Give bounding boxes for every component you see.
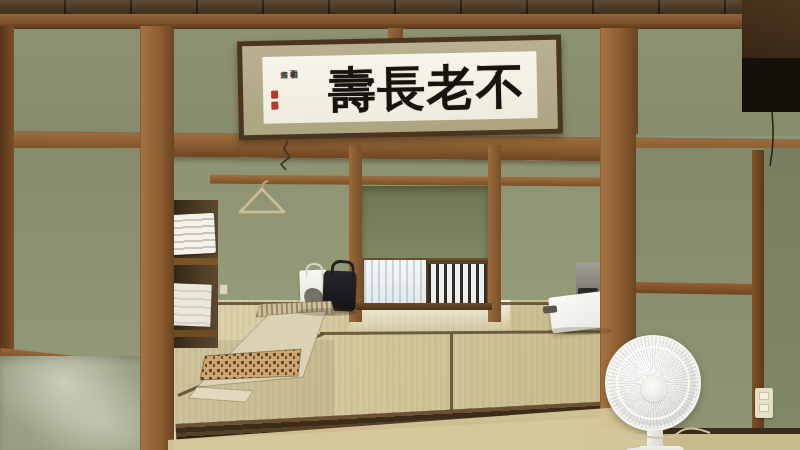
window-sill <box>356 303 492 310</box>
kanji-char: 壽 <box>327 64 376 113</box>
folded-linens <box>170 213 216 255</box>
seal-stamps <box>271 91 278 110</box>
frame-mat: 壽瑞書 昭和丁卯初冬 壽 長 老 不 <box>242 40 558 136</box>
small-gray-item <box>543 305 558 313</box>
alcove-post-right <box>488 145 501 322</box>
shelf-unit <box>168 200 218 348</box>
fan-base <box>626 446 684 450</box>
black-bag <box>322 270 356 311</box>
tatami-seam <box>450 334 453 418</box>
window-alcove <box>362 186 488 260</box>
red-seal <box>271 102 278 110</box>
calligraphy-paper: 壽瑞書 昭和丁卯初冬 壽 長 老 不 <box>262 51 537 124</box>
kanji-char: 長 <box>377 63 426 112</box>
left-pillar <box>140 26 174 450</box>
light-switch[interactable] <box>755 388 773 418</box>
fan-hub <box>641 376 667 402</box>
wall-outlet <box>219 284 228 295</box>
electric-fan[interactable] <box>605 335 705 450</box>
ceiling-beam <box>0 14 800 29</box>
corner-shelf <box>742 0 800 112</box>
right-rail <box>636 282 758 295</box>
calligraphy-frame: 壽瑞書 昭和丁卯初冬 壽 長 老 不 <box>237 35 563 141</box>
kanji-char: 不 <box>476 61 525 110</box>
shelf-board <box>168 258 218 265</box>
window-pane-bars <box>426 260 486 304</box>
folded-papers <box>172 283 211 326</box>
calligraphy-signature: 壽瑞書 昭和丁卯初冬 <box>270 58 323 122</box>
kanji-char: 老 <box>426 62 475 111</box>
calligraphy-text: 壽 長 老 不 <box>322 53 529 120</box>
tatami-room-photo: 壽瑞書 昭和丁卯初冬 壽 長 老 不 <box>0 0 800 450</box>
shelf-board <box>168 330 218 337</box>
red-seal <box>271 91 278 99</box>
window-pane-light <box>364 260 426 304</box>
foreground-half-wall <box>0 356 152 450</box>
slatted-window <box>362 258 488 306</box>
left-wall <box>13 148 141 368</box>
